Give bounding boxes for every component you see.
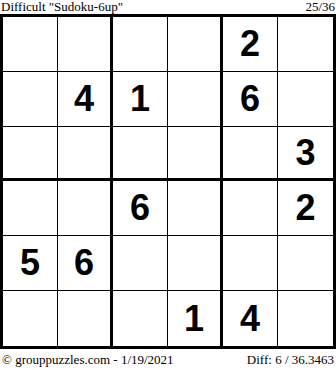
cell-r3c5[interactable] [223, 127, 278, 182]
cell-r6c1[interactable] [3, 291, 58, 346]
cell-r3c1[interactable] [3, 127, 58, 182]
cell-r4c4[interactable] [168, 181, 223, 236]
cell-r5c5[interactable] [223, 236, 278, 291]
cell-r3c6[interactable]: 3 [278, 127, 333, 182]
cell-r5c6[interactable] [278, 236, 333, 291]
puzzle-counter: 25/36 [305, 0, 336, 13]
cell-r3c2[interactable] [58, 127, 113, 182]
cell-r4c1[interactable] [3, 181, 58, 236]
cell-r1c2[interactable] [58, 17, 113, 72]
cell-r1c6[interactable] [278, 17, 333, 72]
cell-r2c2[interactable]: 4 [58, 72, 113, 127]
cell-r2c4[interactable] [168, 72, 223, 127]
cell-r3c3[interactable] [113, 127, 168, 182]
cell-r6c2[interactable] [58, 291, 113, 346]
cell-r6c6[interactable] [278, 291, 333, 346]
cell-r5c2[interactable]: 6 [58, 236, 113, 291]
cell-r1c3[interactable] [113, 17, 168, 72]
header: Difficult "Sudoku-6up" 25/36 [0, 0, 336, 14]
cell-r4c6[interactable]: 2 [278, 181, 333, 236]
cell-r2c1[interactable] [3, 72, 58, 127]
cell-r5c4[interactable] [168, 236, 223, 291]
cell-r6c5[interactable]: 4 [223, 291, 278, 346]
cell-r5c1[interactable]: 5 [3, 236, 58, 291]
difficulty-text: Diff: 6 / 36.3463 [247, 349, 336, 370]
sudoku-grid: 24163625614 [0, 14, 336, 349]
cell-r5c3[interactable] [113, 236, 168, 291]
puzzle-title: Difficult "Sudoku-6up" [0, 0, 123, 13]
cell-r6c3[interactable] [113, 291, 168, 346]
cell-r4c3[interactable]: 6 [113, 181, 168, 236]
cell-r4c2[interactable] [58, 181, 113, 236]
cell-r2c5[interactable]: 6 [223, 72, 278, 127]
footer: © grouppuzzles.com - 1/19/2021 Diff: 6 /… [0, 349, 336, 370]
cell-r1c1[interactable] [3, 17, 58, 72]
cell-r2c6[interactable] [278, 72, 333, 127]
cell-r6c4[interactable]: 1 [168, 291, 223, 346]
cell-r3c4[interactable] [168, 127, 223, 182]
cell-r4c5[interactable] [223, 181, 278, 236]
copyright-text: © grouppuzzles.com - 1/19/2021 [0, 349, 174, 370]
cell-r1c4[interactable] [168, 17, 223, 72]
cell-r2c3[interactable]: 1 [113, 72, 168, 127]
cell-r1c5[interactable]: 2 [223, 17, 278, 72]
